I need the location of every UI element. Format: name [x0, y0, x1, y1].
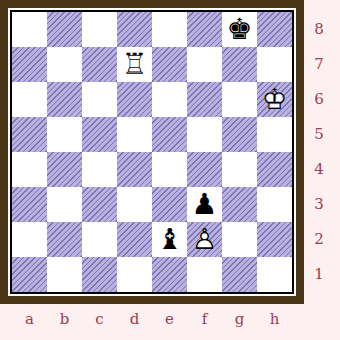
file-label-h: h — [257, 305, 292, 335]
square-g3[interactable] — [222, 187, 257, 222]
square-a1[interactable] — [12, 257, 47, 292]
file-labels: abcdefgh — [12, 305, 292, 335]
rank-label-1: 1 — [304, 257, 334, 292]
square-e3[interactable] — [152, 187, 187, 222]
square-f3[interactable]: ♟ — [187, 187, 222, 222]
file-label-e: e — [152, 305, 187, 335]
square-c5[interactable] — [82, 117, 117, 152]
square-h4[interactable] — [257, 152, 292, 187]
square-g5[interactable] — [222, 117, 257, 152]
square-e6[interactable] — [152, 82, 187, 117]
square-g1[interactable] — [222, 257, 257, 292]
square-d6[interactable] — [117, 82, 152, 117]
black-pawn-icon[interactable]: ♟ — [187, 187, 222, 222]
square-d4[interactable] — [117, 152, 152, 187]
square-a2[interactable] — [12, 222, 47, 257]
square-b6[interactable] — [47, 82, 82, 117]
square-c7[interactable] — [82, 47, 117, 82]
file-label-b: b — [47, 305, 82, 335]
square-d7[interactable]: ♜♖ — [117, 47, 152, 82]
square-c3[interactable] — [82, 187, 117, 222]
square-d3[interactable] — [117, 187, 152, 222]
square-b5[interactable] — [47, 117, 82, 152]
chess-board-frame: ♚♜♖♚♔♟♝♟♙ — [0, 0, 304, 304]
square-e5[interactable] — [152, 117, 187, 152]
square-h8[interactable] — [257, 12, 292, 47]
square-c2[interactable] — [82, 222, 117, 257]
square-b7[interactable] — [47, 47, 82, 82]
square-h1[interactable] — [257, 257, 292, 292]
square-d5[interactable] — [117, 117, 152, 152]
square-h7[interactable] — [257, 47, 292, 82]
rank-label-4: 4 — [304, 152, 334, 187]
square-g4[interactable] — [222, 152, 257, 187]
square-h2[interactable] — [257, 222, 292, 257]
black-bishop-icon[interactable]: ♝ — [152, 222, 187, 257]
square-c4[interactable] — [82, 152, 117, 187]
white-king-icon[interactable]: ♚♔ — [257, 82, 292, 117]
black-king-glyph: ♚ — [222, 12, 257, 47]
square-c6[interactable] — [82, 82, 117, 117]
rank-label-7: 7 — [304, 47, 334, 82]
square-b4[interactable] — [47, 152, 82, 187]
rank-label-5: 5 — [304, 117, 334, 152]
square-a4[interactable] — [12, 152, 47, 187]
square-d2[interactable] — [117, 222, 152, 257]
square-e4[interactable] — [152, 152, 187, 187]
square-h5[interactable] — [257, 117, 292, 152]
square-b8[interactable] — [47, 12, 82, 47]
rank-label-6: 6 — [304, 82, 334, 117]
white-pawn-glyph: ♙ — [187, 222, 222, 257]
file-label-g: g — [222, 305, 257, 335]
square-d1[interactable] — [117, 257, 152, 292]
square-h6[interactable]: ♚♔ — [257, 82, 292, 117]
square-b3[interactable] — [47, 187, 82, 222]
square-a5[interactable] — [12, 117, 47, 152]
square-f7[interactable] — [187, 47, 222, 82]
square-g2[interactable] — [222, 222, 257, 257]
file-label-a: a — [12, 305, 47, 335]
square-f6[interactable] — [187, 82, 222, 117]
black-pawn-glyph: ♟ — [187, 187, 222, 222]
file-label-d: d — [117, 305, 152, 335]
square-a7[interactable] — [12, 47, 47, 82]
black-bishop-glyph: ♝ — [152, 222, 187, 257]
rank-label-3: 3 — [304, 187, 334, 222]
white-pawn-icon[interactable]: ♟♙ — [187, 222, 222, 257]
white-rook-glyph: ♖ — [117, 47, 152, 82]
square-e1[interactable] — [152, 257, 187, 292]
rank-label-2: 2 — [304, 222, 334, 257]
white-king-glyph: ♔ — [257, 82, 292, 117]
square-g8[interactable]: ♚ — [222, 12, 257, 47]
square-g6[interactable] — [222, 82, 257, 117]
square-f4[interactable] — [187, 152, 222, 187]
square-d8[interactable] — [117, 12, 152, 47]
chess-board: ♚♜♖♚♔♟♝♟♙ — [12, 12, 292, 292]
square-c8[interactable] — [82, 12, 117, 47]
page-background: ♚♜♖♚♔♟♝♟♙ 87654321 abcdefgh — [0, 0, 340, 340]
square-b1[interactable] — [47, 257, 82, 292]
square-a6[interactable] — [12, 82, 47, 117]
file-label-c: c — [82, 305, 117, 335]
square-c1[interactable] — [82, 257, 117, 292]
rank-labels: 87654321 — [304, 12, 334, 292]
square-f1[interactable] — [187, 257, 222, 292]
square-f2[interactable]: ♟♙ — [187, 222, 222, 257]
board-inner-line: ♚♜♖♚♔♟♝♟♙ — [10, 10, 294, 294]
square-e2[interactable]: ♝ — [152, 222, 187, 257]
square-g7[interactable] — [222, 47, 257, 82]
board-inner-gap: ♚♜♖♚♔♟♝♟♙ — [8, 8, 296, 296]
square-f8[interactable] — [187, 12, 222, 47]
square-b2[interactable] — [47, 222, 82, 257]
square-a3[interactable] — [12, 187, 47, 222]
square-a8[interactable] — [12, 12, 47, 47]
square-h3[interactable] — [257, 187, 292, 222]
square-f5[interactable] — [187, 117, 222, 152]
rank-label-8: 8 — [304, 12, 334, 47]
black-king-icon[interactable]: ♚ — [222, 12, 257, 47]
file-label-f: f — [187, 305, 222, 335]
square-e7[interactable] — [152, 47, 187, 82]
square-e8[interactable] — [152, 12, 187, 47]
white-rook-icon[interactable]: ♜♖ — [117, 47, 152, 82]
